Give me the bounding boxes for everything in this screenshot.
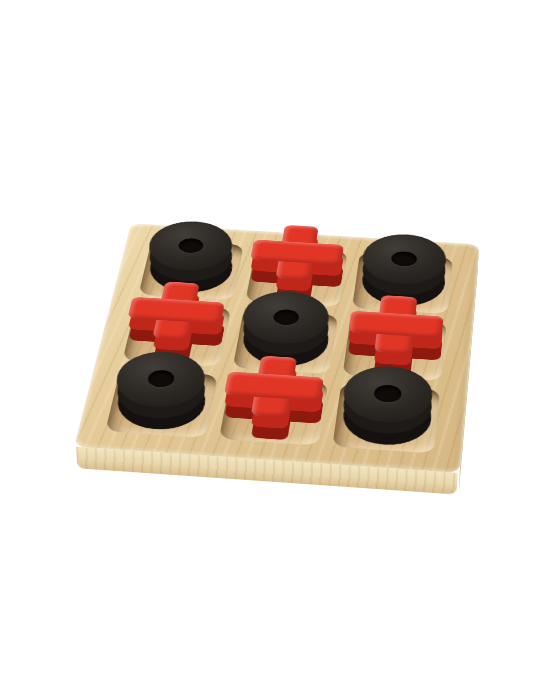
- cell-r3c3[interactable]: [333, 383, 440, 453]
- tic-tac-toe-board: [74, 223, 479, 473]
- board-right-edge: [459, 246, 480, 493]
- photo-background: [0, 0, 548, 690]
- o-piece-hole: [391, 251, 418, 267]
- board-front-edge: [76, 447, 457, 495]
- x-piece-layer: [124, 280, 229, 342]
- o-piece-hole: [272, 309, 300, 326]
- o-piece-hole: [177, 238, 205, 254]
- o-piece-hole: [146, 370, 176, 388]
- x-piece-layer: [247, 223, 346, 282]
- x-piece[interactable]: [219, 376, 329, 446]
- o-piece[interactable]: [333, 383, 440, 453]
- o-piece-hole: [373, 385, 402, 403]
- o-piece[interactable]: [105, 369, 217, 438]
- x-piece-layer: [345, 293, 445, 356]
- board-scene: [102, 157, 470, 525]
- cell-r3c2[interactable]: [219, 376, 329, 446]
- cell-r3c1[interactable]: [105, 369, 217, 438]
- x-piece-layer: [220, 353, 326, 420]
